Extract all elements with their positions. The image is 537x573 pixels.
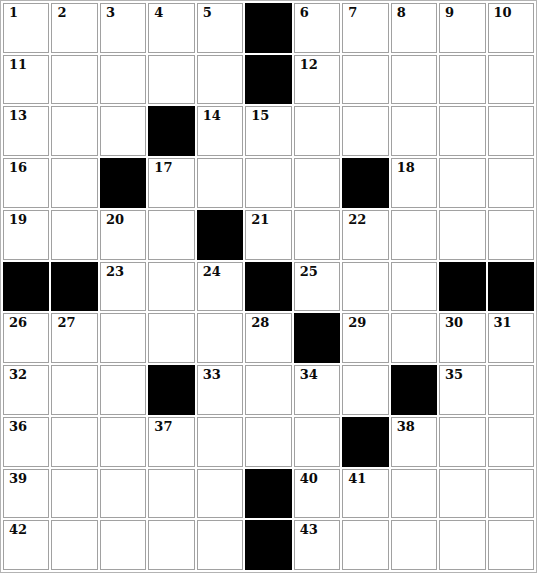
clue-number-5: 5	[203, 5, 212, 21]
white-cell-r3c5[interactable]: 14	[197, 106, 243, 156]
white-cell-r10c2[interactable]	[51, 469, 97, 519]
white-cell-r2c4[interactable]	[148, 55, 194, 105]
black-cell-r6c2	[51, 262, 97, 312]
white-cell-r4c4[interactable]: 17	[148, 158, 194, 208]
white-cell-r2c2[interactable]	[51, 55, 97, 105]
clue-number-16: 16	[9, 160, 27, 176]
white-cell-r3c1[interactable]: 13	[3, 106, 49, 156]
white-cell-r4c9[interactable]: 18	[391, 158, 437, 208]
white-cell-r7c4[interactable]	[148, 313, 194, 363]
white-cell-r9c3[interactable]	[100, 417, 146, 467]
black-cell-r7c7	[294, 313, 340, 363]
clue-number-3: 3	[106, 5, 115, 21]
white-cell-r1c9[interactable]: 8	[391, 3, 437, 53]
white-cell-r11c9[interactable]	[391, 520, 437, 570]
white-cell-r7c10[interactable]: 30	[439, 313, 485, 363]
white-cell-r3c8[interactable]	[342, 106, 388, 156]
white-cell-r10c4[interactable]	[148, 469, 194, 519]
clue-number-20: 20	[106, 212, 124, 228]
clue-number-29: 29	[348, 315, 366, 331]
white-cell-r8c6[interactable]	[245, 365, 291, 415]
white-cell-r8c7[interactable]: 34	[294, 365, 340, 415]
black-cell-r1c6	[245, 3, 291, 53]
white-cell-r6c3[interactable]: 23	[100, 262, 146, 312]
clue-number-40: 40	[300, 471, 318, 487]
white-cell-r7c8[interactable]: 29	[342, 313, 388, 363]
white-cell-r5c8[interactable]: 22	[342, 210, 388, 260]
white-cell-r1c11[interactable]: 10	[488, 3, 534, 53]
white-cell-r8c11[interactable]	[488, 365, 534, 415]
white-cell-r8c2[interactable]	[51, 365, 97, 415]
white-cell-r5c4[interactable]	[148, 210, 194, 260]
black-cell-r4c8	[342, 158, 388, 208]
white-cell-r7c5[interactable]	[197, 313, 243, 363]
clue-number-28: 28	[251, 315, 269, 331]
clue-number-9: 9	[445, 5, 454, 21]
white-cell-r2c8[interactable]	[342, 55, 388, 105]
clue-number-23: 23	[106, 264, 124, 280]
white-cell-r7c1[interactable]: 26	[3, 313, 49, 363]
black-cell-r8c9	[391, 365, 437, 415]
clue-number-35: 35	[445, 367, 463, 383]
white-cell-r6c4[interactable]	[148, 262, 194, 312]
white-cell-r1c2[interactable]: 2	[51, 3, 97, 53]
clue-number-31: 31	[494, 315, 512, 331]
clue-number-17: 17	[154, 160, 172, 176]
white-cell-r8c10[interactable]: 35	[439, 365, 485, 415]
clue-number-32: 32	[9, 367, 27, 383]
white-cell-r7c2[interactable]: 27	[51, 313, 97, 363]
clue-number-12: 12	[300, 57, 318, 73]
white-cell-r2c9[interactable]	[391, 55, 437, 105]
white-cell-r9c5[interactable]	[197, 417, 243, 467]
white-cell-r8c3[interactable]	[100, 365, 146, 415]
white-cell-r2c7[interactable]: 12	[294, 55, 340, 105]
white-cell-r1c5[interactable]: 5	[197, 3, 243, 53]
black-cell-r4c3	[100, 158, 146, 208]
white-cell-r1c4[interactable]: 4	[148, 3, 194, 53]
clue-number-43: 43	[300, 522, 318, 538]
clue-number-22: 22	[348, 212, 366, 228]
white-cell-r7c11[interactable]: 31	[488, 313, 534, 363]
clue-number-38: 38	[397, 419, 415, 435]
white-cell-r9c1[interactable]: 36	[3, 417, 49, 467]
clue-number-11: 11	[9, 57, 27, 73]
black-cell-r6c6	[245, 262, 291, 312]
white-cell-r10c11[interactable]	[488, 469, 534, 519]
black-cell-r10c6	[245, 469, 291, 519]
clue-number-37: 37	[154, 419, 172, 435]
white-cell-r5c11[interactable]	[488, 210, 534, 260]
white-cell-r3c11[interactable]	[488, 106, 534, 156]
white-cell-r1c7[interactable]: 6	[294, 3, 340, 53]
white-cell-r5c9[interactable]	[391, 210, 437, 260]
white-cell-r1c10[interactable]: 9	[439, 3, 485, 53]
clue-number-21: 21	[251, 212, 269, 228]
white-cell-r7c3[interactable]	[100, 313, 146, 363]
black-cell-r6c1	[3, 262, 49, 312]
white-cell-r1c3[interactable]: 3	[100, 3, 146, 53]
white-cell-r4c11[interactable]	[488, 158, 534, 208]
white-cell-r9c2[interactable]	[51, 417, 97, 467]
clue-number-26: 26	[9, 315, 27, 331]
white-cell-r6c5[interactable]: 24	[197, 262, 243, 312]
clue-number-19: 19	[9, 212, 27, 228]
clue-number-1: 1	[9, 5, 18, 21]
white-cell-r9c9[interactable]: 38	[391, 417, 437, 467]
white-cell-r9c10[interactable]	[439, 417, 485, 467]
clue-number-25: 25	[300, 264, 318, 280]
white-cell-r4c1[interactable]: 16	[3, 158, 49, 208]
white-cell-r5c1[interactable]: 19	[3, 210, 49, 260]
white-cell-r9c4[interactable]: 37	[148, 417, 194, 467]
white-cell-r1c8[interactable]: 7	[342, 3, 388, 53]
white-cell-r9c7[interactable]	[294, 417, 340, 467]
white-cell-r10c8[interactable]: 41	[342, 469, 388, 519]
white-cell-r1c1[interactable]: 1	[3, 3, 49, 53]
clue-number-41: 41	[348, 471, 366, 487]
white-cell-r10c1[interactable]: 39	[3, 469, 49, 519]
white-cell-r6c8[interactable]	[342, 262, 388, 312]
white-cell-r11c10[interactable]	[439, 520, 485, 570]
black-cell-r2c6	[245, 55, 291, 105]
clue-number-33: 33	[203, 367, 221, 383]
white-cell-r4c10[interactable]	[439, 158, 485, 208]
white-cell-r11c11[interactable]	[488, 520, 534, 570]
clue-number-24: 24	[203, 264, 221, 280]
clue-number-42: 42	[9, 522, 27, 538]
clue-number-8: 8	[397, 5, 406, 21]
white-cell-r11c2[interactable]	[51, 520, 97, 570]
clue-number-18: 18	[397, 160, 415, 176]
clue-number-10: 10	[494, 5, 512, 21]
white-cell-r2c10[interactable]	[439, 55, 485, 105]
white-cell-r2c5[interactable]	[197, 55, 243, 105]
white-cell-r4c5[interactable]	[197, 158, 243, 208]
white-cell-r2c1[interactable]: 11	[3, 55, 49, 105]
white-cell-r4c2[interactable]	[51, 158, 97, 208]
white-cell-r5c3[interactable]: 20	[100, 210, 146, 260]
white-cell-r10c5[interactable]	[197, 469, 243, 519]
clue-number-36: 36	[9, 419, 27, 435]
white-cell-r3c7[interactable]	[294, 106, 340, 156]
clue-number-15: 15	[251, 108, 269, 124]
white-cell-r10c9[interactable]	[391, 469, 437, 519]
white-cell-r6c7[interactable]: 25	[294, 262, 340, 312]
white-cell-r7c9[interactable]	[391, 313, 437, 363]
clue-number-34: 34	[300, 367, 318, 383]
white-cell-r11c8[interactable]	[342, 520, 388, 570]
black-cell-r6c10	[439, 262, 485, 312]
clue-number-2: 2	[57, 5, 66, 21]
black-cell-r9c8	[342, 417, 388, 467]
white-cell-r4c6[interactable]	[245, 158, 291, 208]
white-cell-r11c7[interactable]: 43	[294, 520, 340, 570]
white-cell-r8c8[interactable]	[342, 365, 388, 415]
white-cell-r11c1[interactable]: 42	[3, 520, 49, 570]
white-cell-r10c7[interactable]: 40	[294, 469, 340, 519]
white-cell-r9c11[interactable]	[488, 417, 534, 467]
white-cell-r11c4[interactable]	[148, 520, 194, 570]
crossword-board: 1234567891011121314151617181920212223242…	[0, 0, 537, 573]
white-cell-r10c3[interactable]	[100, 469, 146, 519]
white-cell-r3c10[interactable]	[439, 106, 485, 156]
white-cell-r4c7[interactable]	[294, 158, 340, 208]
clue-number-27: 27	[57, 315, 75, 331]
white-cell-r5c7[interactable]	[294, 210, 340, 260]
clue-number-4: 4	[154, 5, 163, 21]
clue-number-13: 13	[9, 108, 27, 124]
white-cell-r2c11[interactable]	[488, 55, 534, 105]
white-cell-r6c9[interactable]	[391, 262, 437, 312]
black-cell-r8c4	[148, 365, 194, 415]
white-cell-r5c10[interactable]	[439, 210, 485, 260]
white-cell-r8c5[interactable]: 33	[197, 365, 243, 415]
black-cell-r5c5	[197, 210, 243, 260]
clue-number-6: 6	[300, 5, 309, 21]
black-cell-r11c6	[245, 520, 291, 570]
white-cell-r8c1[interactable]: 32	[3, 365, 49, 415]
white-cell-r5c2[interactable]	[51, 210, 97, 260]
clue-number-39: 39	[9, 471, 27, 487]
white-cell-r5c6[interactable]: 21	[245, 210, 291, 260]
black-cell-r3c4	[148, 106, 194, 156]
white-cell-r3c9[interactable]	[391, 106, 437, 156]
white-cell-r10c10[interactable]	[439, 469, 485, 519]
clue-number-30: 30	[445, 315, 463, 331]
clue-number-7: 7	[348, 5, 357, 21]
black-cell-r6c11	[488, 262, 534, 312]
white-cell-r2c3[interactable]	[100, 55, 146, 105]
white-cell-r11c5[interactable]	[197, 520, 243, 570]
white-cell-r11c3[interactable]	[100, 520, 146, 570]
white-cell-r3c3[interactable]	[100, 106, 146, 156]
white-cell-r7c6[interactable]: 28	[245, 313, 291, 363]
white-cell-r9c6[interactable]	[245, 417, 291, 467]
clue-number-14: 14	[203, 108, 221, 124]
white-cell-r3c6[interactable]: 15	[245, 106, 291, 156]
white-cell-r3c2[interactable]	[51, 106, 97, 156]
